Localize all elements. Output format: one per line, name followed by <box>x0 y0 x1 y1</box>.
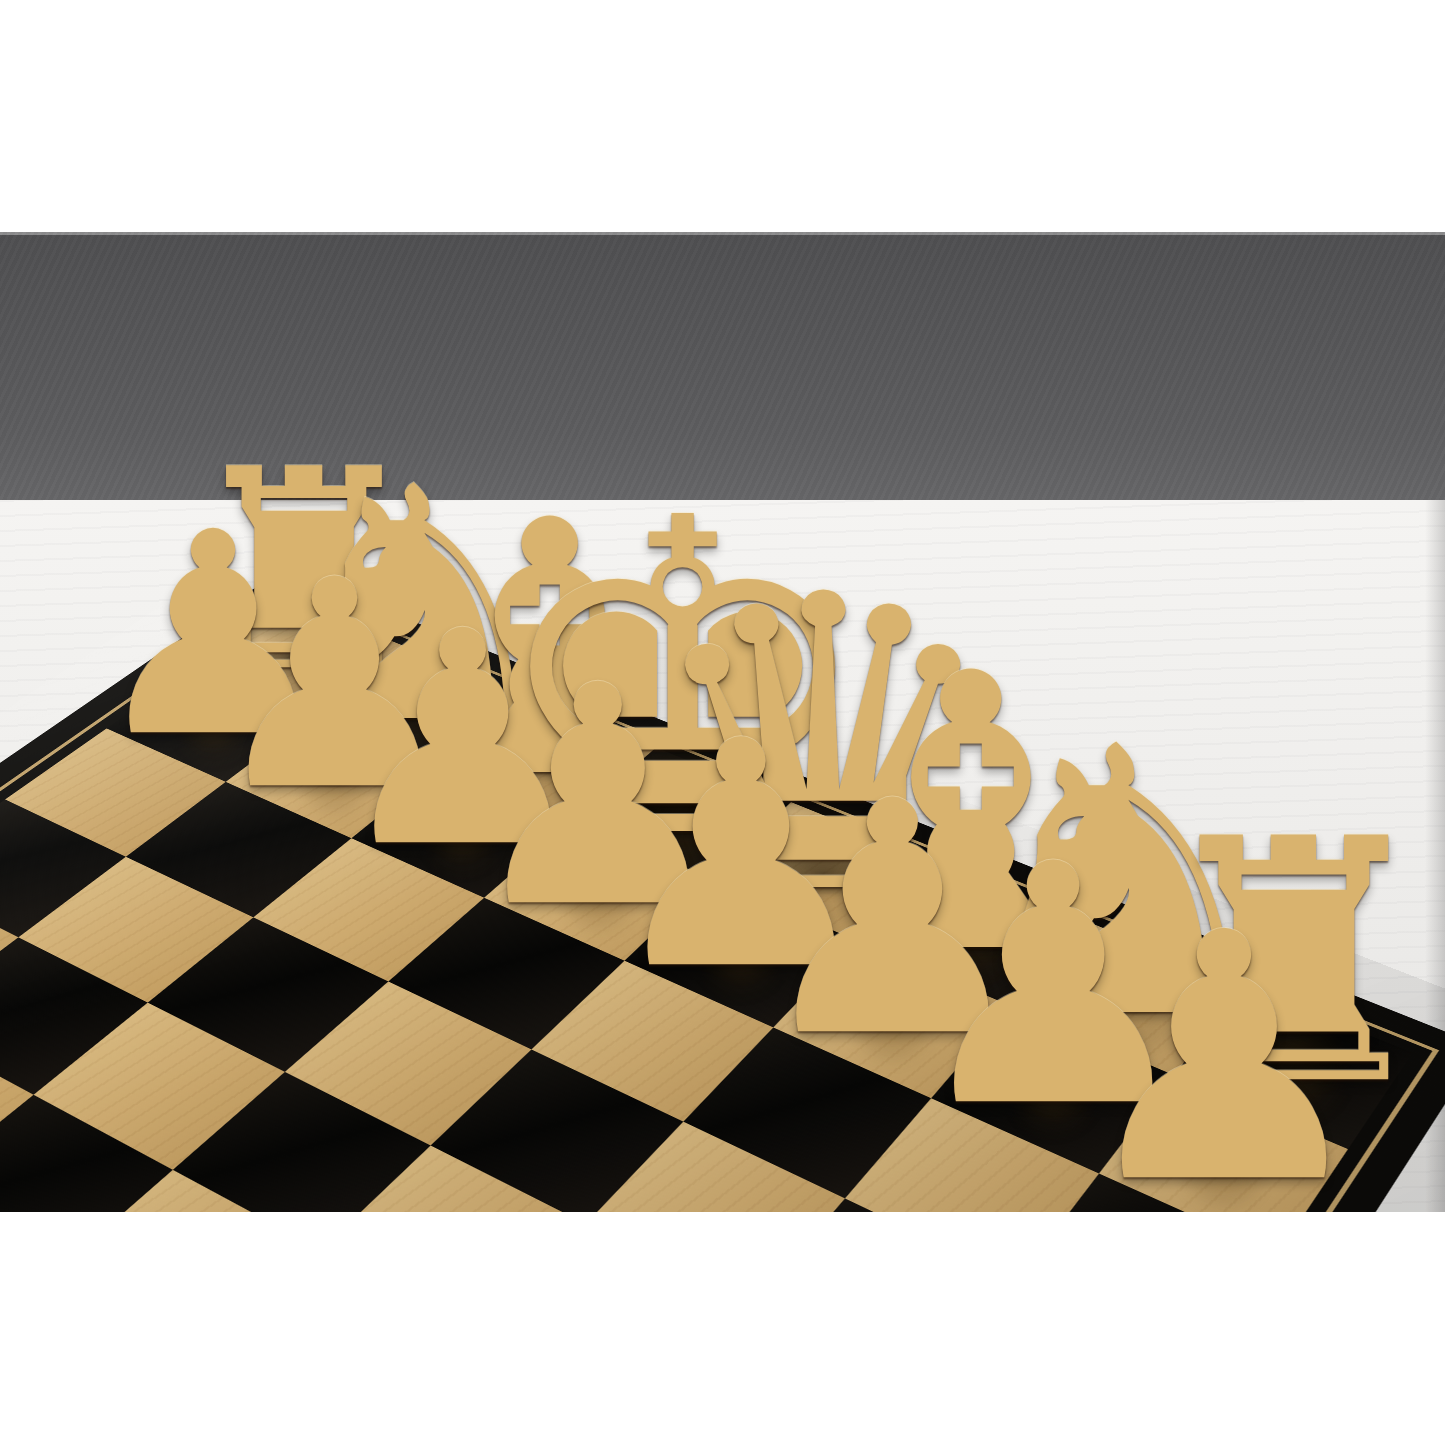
top-white-margin <box>0 0 1445 232</box>
piece-white-pawn-a2[interactable]: ♟ <box>1053 888 1394 1212</box>
bottom-white-margin <box>0 1212 1445 1445</box>
photo-stage: Product photo: burnt boxwood Staunton ch… <box>0 0 1445 1445</box>
photo-area: ♜♞♝♚♛♝♞♜♟♟♟♟♟♟♟♟ <box>0 232 1445 1212</box>
